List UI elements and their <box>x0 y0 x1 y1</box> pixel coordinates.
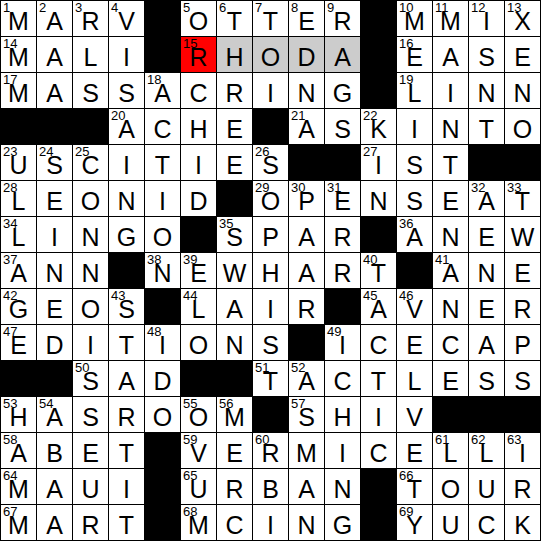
grid-cell-r2c11 <box>361 37 396 72</box>
grid-cell-r14c1[interactable]: 64M <box>1 469 36 504</box>
cell-letter: D <box>181 181 216 216</box>
grid-cell-r1c2[interactable]: 2A <box>37 1 72 36</box>
grid-cell-r1c6[interactable]: 5O <box>181 1 216 36</box>
grid-cell-r13c11[interactable]: C <box>361 433 396 468</box>
grid-cell-r4c6[interactable]: H <box>181 109 216 144</box>
grid-cell-r5c6[interactable]: I <box>181 145 216 180</box>
cell-letter: R <box>505 289 540 324</box>
grid-cell-r12c8 <box>253 397 288 432</box>
grid-cell-r11c4[interactable]: A <box>109 361 144 396</box>
grid-cell-r3c3[interactable]: S <box>73 73 108 108</box>
cell-letter: A <box>433 253 468 288</box>
grid-cell-r15c10[interactable]: G <box>325 505 360 540</box>
grid-cell-r4c9[interactable]: 21A <box>289 109 324 144</box>
grid-cell-r2c7[interactable]: H <box>217 37 252 72</box>
grid-cell-r8c2[interactable]: N <box>37 253 72 288</box>
cell-letter: E <box>289 1 324 36</box>
cell-letter: A <box>1 433 36 468</box>
cell-letter: T <box>361 253 396 288</box>
grid-cell-r6c14[interactable]: 32A <box>469 181 504 216</box>
grid-cell-r11c12[interactable]: L <box>397 361 432 396</box>
cell-letter: G <box>1 289 36 324</box>
grid-cell-r12c5[interactable]: O <box>145 397 180 432</box>
cell-letter: L <box>397 73 432 108</box>
grid-cell-r15c2[interactable]: A <box>37 505 72 540</box>
cell-letter: E <box>217 145 252 180</box>
cell-letter: O <box>253 37 288 72</box>
cell-letter: I <box>253 73 288 108</box>
cell-letter: H <box>253 253 288 288</box>
grid-cell-r3c14[interactable]: N <box>469 73 504 108</box>
cell-letter: O <box>145 397 180 432</box>
cell-letter: O <box>181 397 216 432</box>
grid-cell-r9c6[interactable]: 44L <box>181 289 216 324</box>
cell-letter: N <box>433 217 468 252</box>
cell-letter: A <box>37 505 72 540</box>
grid-cell-r5c11[interactable]: 27I <box>361 145 396 180</box>
grid-cell-r4c5[interactable]: C <box>145 109 180 144</box>
grid-cell-r2c12[interactable]: 16E <box>397 37 432 72</box>
grid-cell-r3c6[interactable]: C <box>181 73 216 108</box>
grid-cell-r10c11[interactable]: C <box>361 325 396 360</box>
grid-cell-r13c9[interactable]: M <box>289 433 324 468</box>
grid-cell-r2c15[interactable]: E <box>505 37 540 72</box>
grid-cell-r6c4[interactable]: N <box>109 181 144 216</box>
grid-cell-r12c4[interactable]: R <box>109 397 144 432</box>
cell-letter: L <box>469 433 504 468</box>
grid-cell-r7c7[interactable]: 35S <box>217 217 252 252</box>
cell-letter: A <box>1 253 36 288</box>
grid-cell-r12c6[interactable]: 55O <box>181 397 216 432</box>
grid-cell-r8c4 <box>109 253 144 288</box>
grid-cell-r10c5[interactable]: 48I <box>145 325 180 360</box>
grid-cell-r13c2[interactable]: B <box>37 433 72 468</box>
grid-cell-r5c2[interactable]: 24S <box>37 145 72 180</box>
cell-letter: E <box>505 253 540 288</box>
grid-cell-r15c8[interactable]: I <box>253 505 288 540</box>
grid-cell-r8c6[interactable]: 39E <box>181 253 216 288</box>
cell-letter: L <box>73 37 108 72</box>
grid-cell-r14c14[interactable]: U <box>469 469 504 504</box>
grid-cell-r11c6 <box>181 361 216 396</box>
grid-cell-r13c4[interactable]: T <box>109 433 144 468</box>
cell-letter: I <box>505 433 540 468</box>
grid-cell-r8c12 <box>397 253 432 288</box>
grid-cell-r3c1[interactable]: 17M <box>1 73 36 108</box>
cell-letter: S <box>73 73 108 108</box>
grid-cell-r3c2[interactable]: A <box>37 73 72 108</box>
grid-cell-r7c2[interactable]: I <box>37 217 72 252</box>
cell-letter: I <box>37 217 72 252</box>
grid-cell-r10c6[interactable]: O <box>181 325 216 360</box>
grid-cell-r1c11 <box>361 1 396 36</box>
grid-cell-r15c11 <box>361 505 396 540</box>
grid-cell-r12c10[interactable]: H <box>325 397 360 432</box>
grid-cell-r6c8[interactable]: 29O <box>253 181 288 216</box>
cell-letter: N <box>469 73 504 108</box>
grid-cell-r1c12[interactable]: 10M <box>397 1 432 36</box>
grid-cell-r7c14[interactable]: E <box>469 217 504 252</box>
cell-letter: E <box>397 433 432 468</box>
grid-cell-r10c10[interactable]: 49I <box>325 325 360 360</box>
grid-cell-r4c12[interactable]: I <box>397 109 432 144</box>
grid-cell-r4c7[interactable]: E <box>217 109 252 144</box>
grid-cell-r4c15[interactable]: O <box>505 109 540 144</box>
cell-letter: N <box>109 181 144 216</box>
cell-letter: O <box>145 217 180 252</box>
grid-cell-r14c12[interactable]: 66T <box>397 469 432 504</box>
grid-cell-r9c5 <box>145 289 180 324</box>
grid-cell-r12c9[interactable]: 57S <box>289 397 324 432</box>
grid-cell-r11c8[interactable]: 51T <box>253 361 288 396</box>
grid-cell-r14c13[interactable]: O <box>433 469 468 504</box>
grid-cell-r4c1 <box>1 109 36 144</box>
cell-letter: E <box>469 289 504 324</box>
grid-cell-r3c5[interactable]: 18A <box>145 73 180 108</box>
grid-cell-r15c3[interactable]: R <box>73 505 108 540</box>
grid-cell-r14c5 <box>145 469 180 504</box>
cell-letter: T <box>109 433 144 468</box>
cell-letter: N <box>289 73 324 108</box>
grid-cell-r6c5[interactable]: I <box>145 181 180 216</box>
grid-cell-r9c13[interactable]: N <box>433 289 468 324</box>
cell-letter: I <box>145 325 180 360</box>
grid-cell-r7c15[interactable]: W <box>505 217 540 252</box>
cell-letter: L <box>397 361 432 396</box>
grid-cell-r9c2[interactable]: E <box>37 289 72 324</box>
grid-cell-r12c3[interactable]: S <box>73 397 108 432</box>
grid-cell-r5c3[interactable]: 25C <box>73 145 108 180</box>
grid-cell-r5c12[interactable]: S <box>397 145 432 180</box>
cell-letter: A <box>325 37 360 72</box>
grid-cell-r1c14[interactable]: 12I <box>469 1 504 36</box>
grid-cell-r9c12[interactable]: 46V <box>397 289 432 324</box>
cell-letter: V <box>397 289 432 324</box>
grid-cell-r1c7[interactable]: 6T <box>217 1 252 36</box>
cell-letter: U <box>1 145 36 180</box>
grid-cell-r7c4[interactable]: G <box>109 217 144 252</box>
cell-letter: C <box>325 361 360 396</box>
cell-letter: H <box>181 109 216 144</box>
grid-cell-r11c15[interactable]: S <box>505 361 540 396</box>
grid-cell-r4c13[interactable]: N <box>433 109 468 144</box>
grid-cell-r12c1[interactable]: 53H <box>1 397 36 432</box>
grid-cell-r11c3[interactable]: 50S <box>73 361 108 396</box>
grid-cell-r7c11 <box>361 217 396 252</box>
grid-cell-r14c6[interactable]: 65U <box>181 469 216 504</box>
grid-cell-r10c7[interactable]: N <box>217 325 252 360</box>
grid-cell-r6c9[interactable]: 30P <box>289 181 324 216</box>
cell-letter: N <box>469 253 504 288</box>
cell-letter: A <box>37 397 72 432</box>
grid-cell-r1c8[interactable]: 7T <box>253 1 288 36</box>
cell-letter: I <box>397 109 432 144</box>
cell-letter: I <box>181 145 216 180</box>
grid-cell-r11c14[interactable]: S <box>469 361 504 396</box>
grid-cell-r15c9[interactable]: N <box>289 505 324 540</box>
cell-letter: R <box>253 433 288 468</box>
grid-cell-r9c1[interactable]: 42G <box>1 289 36 324</box>
grid-cell-r8c10[interactable]: R <box>325 253 360 288</box>
cell-letter: N <box>37 253 72 288</box>
grid-cell-r3c10[interactable]: G <box>325 73 360 108</box>
grid-cell-r8c11[interactable]: 40T <box>361 253 396 288</box>
grid-cell-r6c12[interactable]: S <box>397 181 432 216</box>
grid-cell-r10c1[interactable]: 47E <box>1 325 36 360</box>
grid-cell-r10c12[interactable]: E <box>397 325 432 360</box>
grid-cell-r14c15[interactable]: R <box>505 469 540 504</box>
grid-cell-r2c10[interactable]: A <box>325 37 360 72</box>
grid-cell-r4c8 <box>253 109 288 144</box>
cell-letter: A <box>289 253 324 288</box>
cell-letter: R <box>505 469 540 504</box>
grid-cell-r15c7[interactable]: C <box>217 505 252 540</box>
grid-cell-r1c5 <box>145 1 180 36</box>
grid-cell-r7c10[interactable]: R <box>325 217 360 252</box>
grid-cell-r3c7[interactable]: R <box>217 73 252 108</box>
grid-cell-r13c7[interactable]: E <box>217 433 252 468</box>
cell-letter: A <box>217 289 252 324</box>
cell-letter: I <box>433 73 468 108</box>
cell-letter: S <box>37 145 72 180</box>
grid-cell-r13c12[interactable]: E <box>397 433 432 468</box>
grid-cell-r7c3[interactable]: N <box>73 217 108 252</box>
cell-letter: U <box>433 505 468 540</box>
grid-cell-r13c3[interactable]: E <box>73 433 108 468</box>
cell-letter: R <box>181 37 216 72</box>
grid-cell-r3c4[interactable]: S <box>109 73 144 108</box>
cell-letter: T <box>145 145 180 180</box>
grid-cell-r5c13[interactable]: T <box>433 145 468 180</box>
cell-letter: C <box>469 505 504 540</box>
cell-letter: A <box>433 37 468 72</box>
cell-letter: E <box>37 289 72 324</box>
grid-cell-r2c2[interactable]: A <box>37 37 72 72</box>
grid-cell-r6c6[interactable]: D <box>181 181 216 216</box>
grid-cell-r4c4[interactable]: 20A <box>109 109 144 144</box>
grid-cell-r15c6[interactable]: 68M <box>181 505 216 540</box>
cell-letter: R <box>109 397 144 432</box>
grid-cell-r10c14[interactable]: A <box>469 325 504 360</box>
grid-cell-r3c13[interactable]: I <box>433 73 468 108</box>
grid-cell-r4c3 <box>73 109 108 144</box>
grid-cell-r4c2 <box>37 109 72 144</box>
cell-letter: S <box>109 73 144 108</box>
grid-cell-r10c3[interactable]: I <box>73 325 108 360</box>
cell-letter: E <box>37 181 72 216</box>
cell-letter: S <box>109 289 144 324</box>
grid-cell-r8c9[interactable]: A <box>289 253 324 288</box>
grid-cell-r12c14 <box>469 397 504 432</box>
grid-cell-r7c6 <box>181 217 216 252</box>
grid-cell-r3c12[interactable]: 19L <box>397 73 432 108</box>
grid-cell-r8c15[interactable]: E <box>505 253 540 288</box>
grid-cell-r2c6[interactable]: 15R <box>181 37 216 72</box>
grid-cell-r8c7[interactable]: W <box>217 253 252 288</box>
grid-cell-r14c3[interactable]: U <box>73 469 108 504</box>
grid-cell-r6c3[interactable]: O <box>73 181 108 216</box>
grid-cell-r9c4[interactable]: 43S <box>109 289 144 324</box>
grid-cell-r3c15[interactable]: N <box>505 73 540 108</box>
grid-cell-r4c11[interactable]: 22K <box>361 109 396 144</box>
grid-cell-r13c10[interactable]: I <box>325 433 360 468</box>
cell-letter: S <box>469 37 504 72</box>
grid-cell-r7c13[interactable]: N <box>433 217 468 252</box>
grid-cell-r14c4[interactable]: I <box>109 469 144 504</box>
cell-letter: A <box>397 217 432 252</box>
grid-cell-r13c14[interactable]: 62L <box>469 433 504 468</box>
grid-cell-r10c4[interactable]: T <box>109 325 144 360</box>
cell-letter: D <box>145 361 180 396</box>
cell-letter: E <box>433 181 468 216</box>
grid-cell-r2c9[interactable]: D <box>289 37 324 72</box>
cell-letter: M <box>1 1 36 36</box>
grid-cell-r9c14[interactable]: E <box>469 289 504 324</box>
grid-cell-r6c11[interactable]: N <box>361 181 396 216</box>
grid-cell-r4c10[interactable]: S <box>325 109 360 144</box>
grid-cell-r11c13[interactable]: E <box>433 361 468 396</box>
grid-cell-r1c1[interactable]: 1M <box>1 1 36 36</box>
grid-cell-r15c14[interactable]: C <box>469 505 504 540</box>
cell-letter: B <box>253 469 288 504</box>
cell-letter: A <box>109 109 144 144</box>
grid-cell-r13c1[interactable]: 58A <box>1 433 36 468</box>
grid-cell-r8c8[interactable]: H <box>253 253 288 288</box>
grid-cell-r12c7[interactable]: 56M <box>217 397 252 432</box>
cell-letter: M <box>433 1 468 36</box>
cell-letter: V <box>109 1 144 36</box>
grid-cell-r11c9[interactable]: 52A <box>289 361 324 396</box>
grid-cell-r13c6[interactable]: 59V <box>181 433 216 468</box>
cell-letter: N <box>433 289 468 324</box>
grid-cell-r9c15[interactable]: R <box>505 289 540 324</box>
grid-cell-r6c2[interactable]: E <box>37 181 72 216</box>
cell-letter: T <box>433 145 468 180</box>
grid-cell-r6c13[interactable]: E <box>433 181 468 216</box>
grid-cell-r12c2[interactable]: 54A <box>37 397 72 432</box>
grid-cell-r11c10[interactable]: C <box>325 361 360 396</box>
grid-cell-r9c8[interactable]: I <box>253 289 288 324</box>
cell-letter: A <box>37 37 72 72</box>
grid-cell-r11c11[interactable]: T <box>361 361 396 396</box>
cell-letter: G <box>109 217 144 252</box>
grid-cell-r4c14[interactable]: T <box>469 109 504 144</box>
grid-cell-r14c10[interactable]: N <box>325 469 360 504</box>
grid-cell-r5c4[interactable]: I <box>109 145 144 180</box>
grid-cell-r2c3[interactable]: L <box>73 37 108 72</box>
grid-cell-r13c13[interactable]: 61L <box>433 433 468 468</box>
cell-letter: S <box>73 361 108 396</box>
grid-cell-r2c14[interactable]: S <box>469 37 504 72</box>
grid-cell-r5c7[interactable]: E <box>217 145 252 180</box>
cell-letter: S <box>469 361 504 396</box>
grid-cell-r13c8[interactable]: 60R <box>253 433 288 468</box>
grid-cell-r14c2[interactable]: A <box>37 469 72 504</box>
cell-letter: O <box>505 109 540 144</box>
grid-cell-r9c10 <box>325 289 360 324</box>
grid-cell-r7c12[interactable]: 36A <box>397 217 432 252</box>
cell-letter: I <box>253 289 288 324</box>
grid-cell-r7c9[interactable]: A <box>289 217 324 252</box>
grid-cell-r9c3[interactable]: O <box>73 289 108 324</box>
grid-cell-r3c9[interactable]: N <box>289 73 324 108</box>
grid-cell-r13c15[interactable]: 63I <box>505 433 540 468</box>
grid-cell-r15c12[interactable]: 69Y <box>397 505 432 540</box>
grid-cell-r14c7[interactable]: R <box>217 469 252 504</box>
grid-cell-r7c1[interactable]: 34L <box>1 217 36 252</box>
cell-letter: E <box>433 361 468 396</box>
grid-cell-r8c1[interactable]: 37A <box>1 253 36 288</box>
grid-cell-r15c1[interactable]: 67M <box>1 505 36 540</box>
grid-cell-r14c9[interactable]: A <box>289 469 324 504</box>
grid-cell-r6c15[interactable]: 33T <box>505 181 540 216</box>
grid-cell-r9c11[interactable]: 45A <box>361 289 396 324</box>
cell-letter: L <box>1 181 36 216</box>
cell-letter: V <box>397 397 432 432</box>
grid-cell-r11c5[interactable]: D <box>145 361 180 396</box>
grid-cell-r15c4[interactable]: T <box>109 505 144 540</box>
grid-cell-r5c8[interactable]: 26S <box>253 145 288 180</box>
grid-cell-r7c5[interactable]: O <box>145 217 180 252</box>
grid-cell-r8c13[interactable]: 41A <box>433 253 468 288</box>
grid-cell-r9c9[interactable]: R <box>289 289 324 324</box>
grid-cell-r1c3[interactable]: 3R <box>73 1 108 36</box>
cell-letter: S <box>73 397 108 432</box>
grid-cell-r5c14 <box>469 145 504 180</box>
grid-cell-r1c13[interactable]: 11M <box>433 1 468 36</box>
grid-cell-r2c1[interactable]: 14M <box>1 37 36 72</box>
grid-cell-r5c10 <box>325 145 360 180</box>
grid-cell-r1c4[interactable]: 4V <box>109 1 144 36</box>
cell-letter: T <box>469 109 504 144</box>
grid-cell-r10c8[interactable]: S <box>253 325 288 360</box>
grid-cell-r3c8[interactable]: I <box>253 73 288 108</box>
grid-cell-r5c1[interactable]: 23U <box>1 145 36 180</box>
cell-letter: E <box>73 433 108 468</box>
grid-cell-r2c4[interactable]: I <box>109 37 144 72</box>
grid-cell-r15c15[interactable]: K <box>505 505 540 540</box>
grid-cell-r2c13[interactable]: A <box>433 37 468 72</box>
grid-cell-r12c11[interactable]: I <box>361 397 396 432</box>
cell-letter: I <box>325 325 360 360</box>
grid-cell-r8c5[interactable]: 38N <box>145 253 180 288</box>
grid-cell-r11c1 <box>1 361 36 396</box>
grid-cell-r8c3[interactable]: N <box>73 253 108 288</box>
grid-cell-r14c8[interactable]: B <box>253 469 288 504</box>
grid-cell-r5c5[interactable]: T <box>145 145 180 180</box>
grid-cell-r1c10[interactable]: 9R <box>325 1 360 36</box>
grid-cell-r2c8[interactable]: O <box>253 37 288 72</box>
grid-cell-r6c10[interactable]: 31E <box>325 181 360 216</box>
grid-cell-r6c1[interactable]: 28L <box>1 181 36 216</box>
grid-cell-r10c2[interactable]: D <box>37 325 72 360</box>
cell-letter: E <box>469 217 504 252</box>
grid-cell-r10c13[interactable]: C <box>433 325 468 360</box>
grid-cell-r7c8[interactable]: P <box>253 217 288 252</box>
cell-letter: W <box>505 217 540 252</box>
grid-cell-r1c15[interactable]: 13X <box>505 1 540 36</box>
cell-letter: C <box>73 145 108 180</box>
grid-cell-r1c9[interactable]: 8E <box>289 1 324 36</box>
grid-cell-r15c13[interactable]: U <box>433 505 468 540</box>
grid-cell-r8c14[interactable]: N <box>469 253 504 288</box>
cell-letter: I <box>469 1 504 36</box>
grid-cell-r9c7[interactable]: A <box>217 289 252 324</box>
cell-letter: I <box>145 181 180 216</box>
cell-letter: C <box>181 73 216 108</box>
grid-cell-r10c15[interactable]: P <box>505 325 540 360</box>
grid-cell-r12c12[interactable]: V <box>397 397 432 432</box>
